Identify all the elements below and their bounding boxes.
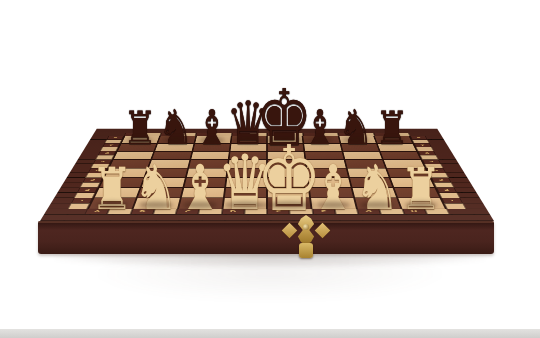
piece-shadow [405, 202, 437, 209]
rook-glyph: ♜ [375, 105, 409, 151]
rook-glyph: ♜ [123, 105, 157, 151]
knight-glyph: ♞ [158, 103, 193, 151]
bishop-glyph: ♝ [177, 157, 223, 219]
rook-glyph: ♜ [400, 160, 443, 218]
piece-shadow [263, 138, 306, 143]
knight-glyph: ♞ [133, 157, 179, 219]
piece-shadow [96, 202, 128, 209]
knight-glyph: ♞ [338, 103, 373, 151]
piece-shadow [139, 202, 173, 209]
piece-shadow [232, 138, 265, 143]
scene: 87654321 87654321 ABCDEFGH ♜♞♝♛♚♝♞♜♜♞♝♛♚… [0, 0, 540, 338]
piece-shadow [360, 202, 394, 209]
bishop-glyph: ♝ [310, 157, 356, 219]
piece-shadow [264, 202, 314, 209]
piece-shadow [224, 202, 266, 209]
pieces-layer: ♜♞♝♛♚♝♞♜♜♞♝♛♚♝♞♜ [0, 0, 540, 338]
piece-shadow [316, 202, 350, 209]
product-photo: 87654321 87654321 ABCDEFGH ♜♞♝♛♚♝♞♜♜♞♝♛♚… [0, 0, 540, 338]
rook-glyph: ♜ [91, 160, 134, 218]
knight-glyph: ♞ [354, 157, 400, 219]
piece-shadow [183, 202, 217, 209]
